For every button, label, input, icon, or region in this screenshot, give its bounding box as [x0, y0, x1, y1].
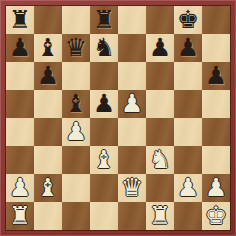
square-f1[interactable]: ♜: [146, 202, 174, 230]
black-rook[interactable]: ♜: [90, 6, 118, 34]
square-d6[interactable]: [90, 62, 118, 90]
square-f5[interactable]: [146, 90, 174, 118]
square-h3[interactable]: [202, 146, 230, 174]
square-c2[interactable]: [62, 174, 90, 202]
black-bishop[interactable]: ♝: [34, 34, 62, 62]
square-d7[interactable]: ♞: [90, 34, 118, 62]
square-c1[interactable]: [62, 202, 90, 230]
square-e8[interactable]: [118, 6, 146, 34]
square-c8[interactable]: [62, 6, 90, 34]
square-d2[interactable]: [90, 174, 118, 202]
square-h8[interactable]: [202, 6, 230, 34]
square-c5[interactable]: ♝: [62, 90, 90, 118]
square-g8[interactable]: ♚: [174, 6, 202, 34]
square-a1[interactable]: ♜: [6, 202, 34, 230]
square-d1[interactable]: [90, 202, 118, 230]
square-a4[interactable]: [6, 118, 34, 146]
white-pawn[interactable]: ♟: [62, 118, 90, 146]
square-g2[interactable]: ♟: [174, 174, 202, 202]
square-f6[interactable]: [146, 62, 174, 90]
square-d8[interactable]: ♜: [90, 6, 118, 34]
chess-board: ♜♜♚♟♝♛♞♟♟♟♟♝♟♟♟♝♞♟♝♛♟♟♜♜♚: [6, 6, 230, 230]
square-d3[interactable]: ♝: [90, 146, 118, 174]
square-h4[interactable]: [202, 118, 230, 146]
square-f3[interactable]: ♞: [146, 146, 174, 174]
black-king[interactable]: ♚: [174, 6, 202, 34]
square-b6[interactable]: ♟: [34, 62, 62, 90]
white-bishop[interactable]: ♝: [34, 174, 62, 202]
square-b1[interactable]: [34, 202, 62, 230]
white-knight[interactable]: ♞: [146, 146, 174, 174]
square-b3[interactable]: [34, 146, 62, 174]
square-a3[interactable]: [6, 146, 34, 174]
black-pawn[interactable]: ♟: [90, 90, 118, 118]
black-queen[interactable]: ♛: [62, 34, 90, 62]
square-b2[interactable]: ♝: [34, 174, 62, 202]
square-a7[interactable]: ♟: [6, 34, 34, 62]
square-h7[interactable]: [202, 34, 230, 62]
black-pawn[interactable]: ♟: [146, 34, 174, 62]
square-e7[interactable]: [118, 34, 146, 62]
square-a5[interactable]: [6, 90, 34, 118]
square-c6[interactable]: [62, 62, 90, 90]
square-c3[interactable]: [62, 146, 90, 174]
black-pawn[interactable]: ♟: [174, 34, 202, 62]
square-e3[interactable]: [118, 146, 146, 174]
square-g3[interactable]: [174, 146, 202, 174]
black-pawn[interactable]: ♟: [6, 34, 34, 62]
square-c4[interactable]: ♟: [62, 118, 90, 146]
square-b5[interactable]: [34, 90, 62, 118]
black-knight[interactable]: ♞: [90, 34, 118, 62]
square-f8[interactable]: [146, 6, 174, 34]
square-c7[interactable]: ♛: [62, 34, 90, 62]
white-pawn[interactable]: ♟: [202, 174, 230, 202]
square-g4[interactable]: [174, 118, 202, 146]
square-f7[interactable]: ♟: [146, 34, 174, 62]
board-frame: ♜♜♚♟♝♛♞♟♟♟♟♝♟♟♟♝♞♟♝♛♟♟♜♜♚: [0, 0, 236, 236]
square-h1[interactable]: ♚: [202, 202, 230, 230]
square-g5[interactable]: [174, 90, 202, 118]
black-pawn[interactable]: ♟: [34, 62, 62, 90]
square-e6[interactable]: [118, 62, 146, 90]
square-a8[interactable]: ♜: [6, 6, 34, 34]
square-e4[interactable]: [118, 118, 146, 146]
square-b4[interactable]: [34, 118, 62, 146]
white-rook[interactable]: ♜: [146, 202, 174, 230]
square-d4[interactable]: [90, 118, 118, 146]
square-h5[interactable]: [202, 90, 230, 118]
square-e5[interactable]: ♟: [118, 90, 146, 118]
square-a6[interactable]: [6, 62, 34, 90]
white-pawn[interactable]: ♟: [118, 90, 146, 118]
square-e2[interactable]: ♛: [118, 174, 146, 202]
square-g7[interactable]: ♟: [174, 34, 202, 62]
square-d5[interactable]: ♟: [90, 90, 118, 118]
black-rook[interactable]: ♜: [6, 6, 34, 34]
black-pawn[interactable]: ♟: [202, 62, 230, 90]
square-a2[interactable]: ♟: [6, 174, 34, 202]
square-g6[interactable]: [174, 62, 202, 90]
white-pawn[interactable]: ♟: [174, 174, 202, 202]
white-pawn[interactable]: ♟: [6, 174, 34, 202]
square-b8[interactable]: [34, 6, 62, 34]
square-h6[interactable]: ♟: [202, 62, 230, 90]
white-rook[interactable]: ♜: [6, 202, 34, 230]
black-bishop[interactable]: ♝: [62, 90, 90, 118]
white-queen[interactable]: ♛: [118, 174, 146, 202]
square-e1[interactable]: [118, 202, 146, 230]
square-h2[interactable]: ♟: [202, 174, 230, 202]
square-f2[interactable]: [146, 174, 174, 202]
square-f4[interactable]: [146, 118, 174, 146]
white-king[interactable]: ♚: [202, 202, 230, 230]
square-b7[interactable]: ♝: [34, 34, 62, 62]
white-bishop[interactable]: ♝: [90, 146, 118, 174]
square-g1[interactable]: [174, 202, 202, 230]
